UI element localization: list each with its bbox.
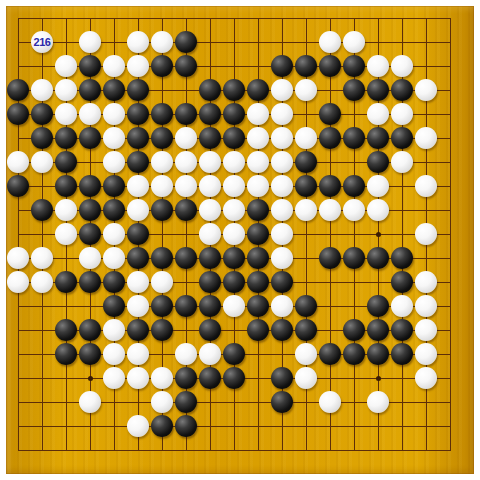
intersection[interactable] xyxy=(414,126,438,150)
intersection[interactable] xyxy=(174,342,198,366)
intersection[interactable] xyxy=(78,102,102,126)
intersection[interactable] xyxy=(366,246,390,270)
intersection[interactable] xyxy=(78,390,102,414)
intersection[interactable] xyxy=(222,126,246,150)
intersection[interactable] xyxy=(30,174,54,198)
intersection[interactable] xyxy=(390,270,414,294)
intersection[interactable] xyxy=(30,438,54,462)
intersection[interactable] xyxy=(150,390,174,414)
intersection[interactable] xyxy=(342,30,366,54)
intersection[interactable] xyxy=(102,294,126,318)
intersection[interactable] xyxy=(270,126,294,150)
intersection[interactable] xyxy=(390,6,414,30)
intersection[interactable] xyxy=(198,198,222,222)
intersection[interactable] xyxy=(414,54,438,78)
intersection[interactable] xyxy=(54,438,78,462)
intersection[interactable] xyxy=(30,126,54,150)
intersection[interactable] xyxy=(390,222,414,246)
intersection[interactable] xyxy=(246,6,270,30)
intersection[interactable] xyxy=(342,222,366,246)
intersection[interactable] xyxy=(78,78,102,102)
intersection[interactable] xyxy=(294,102,318,126)
intersection[interactable] xyxy=(342,78,366,102)
intersection[interactable] xyxy=(102,30,126,54)
intersection[interactable] xyxy=(366,150,390,174)
intersection[interactable] xyxy=(342,270,366,294)
intersection[interactable] xyxy=(390,126,414,150)
intersection[interactable] xyxy=(390,102,414,126)
intersection[interactable] xyxy=(102,438,126,462)
intersection[interactable] xyxy=(222,318,246,342)
intersection[interactable] xyxy=(6,198,30,222)
intersection[interactable] xyxy=(270,198,294,222)
intersection[interactable] xyxy=(342,390,366,414)
intersection[interactable] xyxy=(6,126,30,150)
intersection[interactable] xyxy=(126,342,150,366)
intersection[interactable] xyxy=(294,342,318,366)
intersection[interactable] xyxy=(414,438,438,462)
intersection[interactable] xyxy=(342,366,366,390)
intersection[interactable] xyxy=(414,198,438,222)
intersection[interactable] xyxy=(438,366,462,390)
intersection[interactable] xyxy=(30,342,54,366)
intersection[interactable] xyxy=(174,6,198,30)
intersection[interactable] xyxy=(174,78,198,102)
intersection[interactable] xyxy=(246,342,270,366)
intersection[interactable] xyxy=(30,78,54,102)
intersection[interactable] xyxy=(318,366,342,390)
intersection[interactable] xyxy=(102,414,126,438)
intersection[interactable] xyxy=(54,78,78,102)
intersection[interactable] xyxy=(414,366,438,390)
intersection[interactable] xyxy=(78,198,102,222)
intersection[interactable] xyxy=(222,150,246,174)
intersection[interactable] xyxy=(342,342,366,366)
intersection[interactable] xyxy=(366,102,390,126)
intersection[interactable] xyxy=(54,294,78,318)
intersection[interactable] xyxy=(222,342,246,366)
intersection[interactable] xyxy=(270,78,294,102)
intersection[interactable] xyxy=(54,54,78,78)
intersection[interactable] xyxy=(150,30,174,54)
intersection[interactable] xyxy=(54,270,78,294)
intersection[interactable] xyxy=(174,222,198,246)
intersection[interactable] xyxy=(366,6,390,30)
intersection[interactable] xyxy=(54,390,78,414)
intersection[interactable] xyxy=(270,174,294,198)
intersection[interactable] xyxy=(174,294,198,318)
intersection[interactable] xyxy=(6,54,30,78)
intersection[interactable] xyxy=(270,318,294,342)
intersection[interactable] xyxy=(198,150,222,174)
intersection[interactable] xyxy=(102,222,126,246)
intersection[interactable] xyxy=(438,102,462,126)
intersection[interactable] xyxy=(150,414,174,438)
intersection[interactable] xyxy=(414,174,438,198)
intersection[interactable] xyxy=(270,270,294,294)
intersection[interactable] xyxy=(150,174,174,198)
intersection[interactable] xyxy=(294,174,318,198)
intersection[interactable] xyxy=(294,438,318,462)
intersection[interactable] xyxy=(174,198,198,222)
intersection[interactable] xyxy=(342,318,366,342)
intersection[interactable] xyxy=(318,318,342,342)
intersection[interactable] xyxy=(54,246,78,270)
intersection[interactable] xyxy=(54,126,78,150)
intersection[interactable] xyxy=(174,30,198,54)
intersection[interactable] xyxy=(438,54,462,78)
intersection[interactable] xyxy=(78,54,102,78)
intersection[interactable] xyxy=(318,102,342,126)
intersection[interactable] xyxy=(198,366,222,390)
intersection[interactable] xyxy=(414,78,438,102)
intersection[interactable] xyxy=(198,78,222,102)
intersection[interactable] xyxy=(198,390,222,414)
intersection[interactable] xyxy=(438,270,462,294)
intersection[interactable] xyxy=(366,366,390,390)
intersection[interactable] xyxy=(150,78,174,102)
intersection[interactable] xyxy=(150,294,174,318)
intersection[interactable] xyxy=(318,30,342,54)
intersection[interactable] xyxy=(30,366,54,390)
intersection[interactable] xyxy=(222,246,246,270)
intersection[interactable] xyxy=(390,54,414,78)
intersection[interactable] xyxy=(6,246,30,270)
intersection[interactable] xyxy=(54,318,78,342)
intersection[interactable] xyxy=(30,270,54,294)
intersection[interactable] xyxy=(150,126,174,150)
intersection[interactable] xyxy=(54,342,78,366)
intersection[interactable] xyxy=(366,78,390,102)
intersection[interactable] xyxy=(318,294,342,318)
intersection[interactable] xyxy=(438,438,462,462)
intersection[interactable] xyxy=(78,294,102,318)
intersection[interactable] xyxy=(318,54,342,78)
intersection[interactable] xyxy=(366,294,390,318)
intersection[interactable] xyxy=(366,414,390,438)
intersection[interactable] xyxy=(318,222,342,246)
intersection[interactable] xyxy=(294,222,318,246)
intersection[interactable] xyxy=(342,126,366,150)
intersection[interactable] xyxy=(294,270,318,294)
intersection[interactable] xyxy=(366,390,390,414)
intersection[interactable] xyxy=(126,438,150,462)
intersection[interactable] xyxy=(150,318,174,342)
intersection[interactable] xyxy=(294,366,318,390)
intersection[interactable] xyxy=(390,390,414,414)
intersection[interactable] xyxy=(438,78,462,102)
intersection[interactable] xyxy=(318,342,342,366)
intersection[interactable] xyxy=(6,366,30,390)
intersection[interactable] xyxy=(30,246,54,270)
intersection[interactable] xyxy=(126,198,150,222)
intersection[interactable] xyxy=(78,150,102,174)
intersection[interactable] xyxy=(150,150,174,174)
intersection[interactable] xyxy=(126,150,150,174)
intersection[interactable] xyxy=(102,270,126,294)
intersection[interactable] xyxy=(6,318,30,342)
intersection[interactable] xyxy=(78,30,102,54)
intersection[interactable] xyxy=(198,222,222,246)
intersection[interactable] xyxy=(126,174,150,198)
intersection[interactable] xyxy=(6,174,30,198)
intersection[interactable] xyxy=(6,390,30,414)
intersection[interactable] xyxy=(78,174,102,198)
intersection[interactable] xyxy=(78,342,102,366)
intersection[interactable] xyxy=(78,366,102,390)
intersection[interactable] xyxy=(150,246,174,270)
intersection[interactable] xyxy=(390,318,414,342)
intersection[interactable] xyxy=(198,342,222,366)
intersection[interactable] xyxy=(102,54,126,78)
intersection[interactable]: 216 xyxy=(30,30,54,54)
intersection[interactable] xyxy=(222,222,246,246)
intersection[interactable] xyxy=(150,270,174,294)
intersection[interactable] xyxy=(270,6,294,30)
intersection[interactable] xyxy=(222,30,246,54)
intersection[interactable] xyxy=(294,78,318,102)
intersection[interactable] xyxy=(390,78,414,102)
intersection[interactable] xyxy=(102,390,126,414)
intersection[interactable] xyxy=(198,30,222,54)
intersection[interactable] xyxy=(102,174,126,198)
intersection[interactable] xyxy=(198,246,222,270)
intersection[interactable] xyxy=(126,270,150,294)
intersection[interactable] xyxy=(102,198,126,222)
intersection[interactable] xyxy=(294,126,318,150)
intersection[interactable] xyxy=(294,390,318,414)
intersection[interactable] xyxy=(342,54,366,78)
intersection[interactable] xyxy=(198,414,222,438)
intersection[interactable] xyxy=(6,414,30,438)
intersection[interactable] xyxy=(126,390,150,414)
intersection[interactable] xyxy=(222,366,246,390)
intersection[interactable] xyxy=(366,126,390,150)
intersection[interactable] xyxy=(30,390,54,414)
intersection[interactable] xyxy=(198,438,222,462)
intersection[interactable] xyxy=(126,54,150,78)
intersection[interactable] xyxy=(342,198,366,222)
intersection[interactable] xyxy=(390,414,414,438)
intersection[interactable] xyxy=(318,414,342,438)
intersection[interactable] xyxy=(414,390,438,414)
intersection[interactable] xyxy=(318,198,342,222)
intersection[interactable] xyxy=(126,414,150,438)
intersection[interactable] xyxy=(78,318,102,342)
intersection[interactable] xyxy=(6,342,30,366)
intersection[interactable] xyxy=(342,294,366,318)
intersection[interactable] xyxy=(30,198,54,222)
intersection[interactable] xyxy=(30,54,54,78)
intersection[interactable] xyxy=(30,6,54,30)
intersection[interactable] xyxy=(366,222,390,246)
intersection[interactable] xyxy=(390,294,414,318)
intersection[interactable] xyxy=(102,366,126,390)
intersection[interactable] xyxy=(198,270,222,294)
intersection[interactable] xyxy=(222,54,246,78)
intersection[interactable] xyxy=(246,30,270,54)
intersection[interactable] xyxy=(6,222,30,246)
intersection[interactable] xyxy=(126,126,150,150)
intersection[interactable] xyxy=(150,438,174,462)
intersection[interactable] xyxy=(390,246,414,270)
intersection[interactable] xyxy=(174,270,198,294)
intersection[interactable] xyxy=(270,390,294,414)
intersection[interactable] xyxy=(318,126,342,150)
intersection[interactable] xyxy=(174,390,198,414)
intersection[interactable] xyxy=(318,390,342,414)
intersection[interactable] xyxy=(366,270,390,294)
intersection[interactable] xyxy=(390,30,414,54)
intersection[interactable] xyxy=(6,270,30,294)
intersection[interactable] xyxy=(318,270,342,294)
intersection[interactable] xyxy=(438,318,462,342)
intersection[interactable] xyxy=(246,294,270,318)
intersection[interactable] xyxy=(438,294,462,318)
intersection[interactable] xyxy=(270,342,294,366)
intersection[interactable] xyxy=(438,30,462,54)
intersection[interactable] xyxy=(150,222,174,246)
intersection[interactable] xyxy=(246,102,270,126)
intersection[interactable] xyxy=(102,6,126,30)
intersection[interactable] xyxy=(198,174,222,198)
intersection[interactable] xyxy=(6,150,30,174)
intersection[interactable] xyxy=(414,246,438,270)
intersection[interactable] xyxy=(390,198,414,222)
intersection[interactable] xyxy=(414,294,438,318)
intersection[interactable] xyxy=(438,174,462,198)
intersection[interactable] xyxy=(246,174,270,198)
intersection[interactable] xyxy=(30,102,54,126)
intersection[interactable] xyxy=(174,54,198,78)
intersection[interactable] xyxy=(30,222,54,246)
intersection[interactable] xyxy=(414,318,438,342)
intersection[interactable] xyxy=(222,102,246,126)
intersection[interactable] xyxy=(150,198,174,222)
intersection[interactable] xyxy=(198,6,222,30)
intersection[interactable] xyxy=(294,318,318,342)
intersection[interactable] xyxy=(414,150,438,174)
intersection[interactable] xyxy=(342,438,366,462)
intersection[interactable] xyxy=(318,438,342,462)
intersection[interactable] xyxy=(246,54,270,78)
intersection[interactable] xyxy=(78,6,102,30)
intersection[interactable] xyxy=(246,126,270,150)
intersection[interactable] xyxy=(102,150,126,174)
intersection[interactable] xyxy=(6,78,30,102)
intersection[interactable] xyxy=(246,198,270,222)
intersection[interactable] xyxy=(102,246,126,270)
intersection[interactable] xyxy=(150,102,174,126)
intersection[interactable] xyxy=(246,246,270,270)
intersection[interactable] xyxy=(270,294,294,318)
intersection[interactable] xyxy=(222,414,246,438)
intersection[interactable] xyxy=(6,438,30,462)
intersection[interactable] xyxy=(102,126,126,150)
intersection[interactable] xyxy=(126,318,150,342)
intersection[interactable] xyxy=(174,414,198,438)
intersection[interactable] xyxy=(366,54,390,78)
intersection[interactable] xyxy=(414,342,438,366)
intersection[interactable] xyxy=(78,126,102,150)
intersection[interactable] xyxy=(438,198,462,222)
intersection[interactable] xyxy=(102,78,126,102)
intersection[interactable] xyxy=(438,342,462,366)
intersection[interactable] xyxy=(246,390,270,414)
intersection[interactable] xyxy=(294,246,318,270)
intersection[interactable] xyxy=(174,174,198,198)
intersection[interactable] xyxy=(390,366,414,390)
intersection[interactable] xyxy=(54,366,78,390)
intersection[interactable] xyxy=(342,102,366,126)
intersection[interactable] xyxy=(414,270,438,294)
intersection[interactable] xyxy=(174,366,198,390)
intersection[interactable] xyxy=(438,246,462,270)
intersection[interactable] xyxy=(126,294,150,318)
intersection[interactable] xyxy=(366,174,390,198)
intersection[interactable] xyxy=(198,54,222,78)
intersection[interactable] xyxy=(294,198,318,222)
intersection[interactable] xyxy=(78,270,102,294)
intersection[interactable] xyxy=(54,102,78,126)
intersection[interactable] xyxy=(30,294,54,318)
intersection[interactable] xyxy=(222,174,246,198)
intersection[interactable] xyxy=(270,246,294,270)
intersection[interactable] xyxy=(270,438,294,462)
intersection[interactable] xyxy=(126,102,150,126)
intersection[interactable] xyxy=(222,78,246,102)
intersection[interactable] xyxy=(438,390,462,414)
intersection[interactable] xyxy=(54,174,78,198)
intersection[interactable] xyxy=(414,222,438,246)
intersection[interactable] xyxy=(342,150,366,174)
intersection[interactable] xyxy=(342,246,366,270)
intersection[interactable] xyxy=(126,366,150,390)
intersection[interactable] xyxy=(270,414,294,438)
intersection[interactable] xyxy=(270,102,294,126)
intersection[interactable] xyxy=(366,198,390,222)
intersection[interactable] xyxy=(102,102,126,126)
intersection[interactable] xyxy=(30,150,54,174)
intersection[interactable] xyxy=(438,150,462,174)
intersection[interactable] xyxy=(102,342,126,366)
intersection[interactable] xyxy=(318,246,342,270)
intersection[interactable] xyxy=(270,222,294,246)
intersection[interactable] xyxy=(414,6,438,30)
intersection[interactable] xyxy=(294,6,318,30)
intersection[interactable] xyxy=(390,150,414,174)
intersection[interactable] xyxy=(246,78,270,102)
intersection[interactable] xyxy=(222,438,246,462)
intersection[interactable] xyxy=(270,366,294,390)
intersection[interactable] xyxy=(294,30,318,54)
intersection[interactable] xyxy=(414,30,438,54)
intersection[interactable] xyxy=(438,222,462,246)
intersection[interactable] xyxy=(174,246,198,270)
intersection[interactable] xyxy=(198,318,222,342)
intersection[interactable] xyxy=(246,318,270,342)
intersection[interactable] xyxy=(366,318,390,342)
intersection[interactable] xyxy=(270,30,294,54)
intersection[interactable] xyxy=(366,342,390,366)
intersection[interactable] xyxy=(6,30,30,54)
intersection[interactable] xyxy=(390,342,414,366)
intersection[interactable] xyxy=(102,318,126,342)
intersection[interactable] xyxy=(246,366,270,390)
intersection[interactable] xyxy=(150,6,174,30)
intersection[interactable] xyxy=(198,126,222,150)
intersection[interactable] xyxy=(126,30,150,54)
